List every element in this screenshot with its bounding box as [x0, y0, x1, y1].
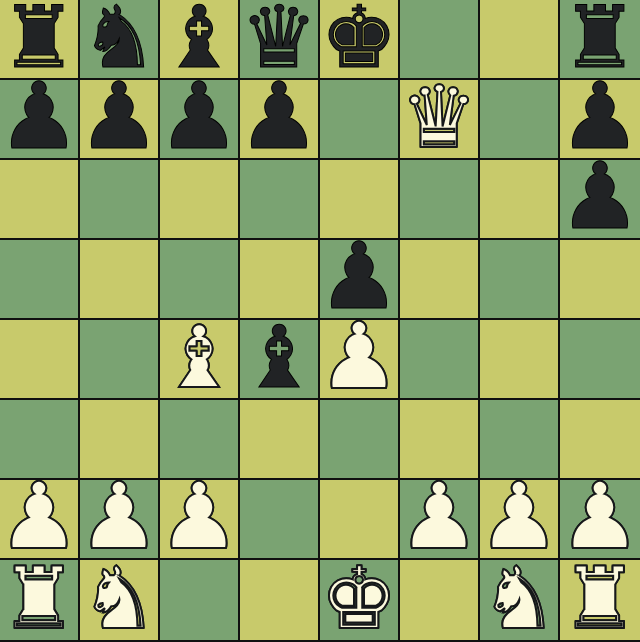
square-c8[interactable]: ♝ — [160, 0, 240, 80]
square-g6[interactable] — [480, 160, 560, 240]
white-pawn-icon: ♟ — [320, 320, 400, 400]
square-g7[interactable] — [480, 80, 560, 160]
white-rook-icon: ♜ — [561, 560, 638, 640]
black-pawn-icon: ♟ — [560, 80, 640, 160]
square-h3[interactable] — [560, 400, 640, 480]
white-knight-icon: ♞ — [480, 560, 557, 640]
black-pawn-icon: ♟ — [80, 80, 160, 160]
square-d2[interactable] — [240, 480, 320, 560]
square-b3[interactable] — [80, 400, 160, 480]
square-b7[interactable]: ♟ — [80, 80, 160, 160]
square-b1[interactable]: ♞ — [80, 560, 160, 640]
white-pawn-icon: ♟ — [480, 480, 560, 560]
square-d6[interactable] — [240, 160, 320, 240]
square-c2[interactable]: ♟ — [160, 480, 240, 560]
square-e6[interactable] — [320, 160, 400, 240]
black-pawn-icon: ♟ — [160, 80, 240, 160]
white-bishop-icon: ♝ — [160, 320, 237, 400]
square-a3[interactable] — [0, 400, 80, 480]
square-a8[interactable]: ♜ — [0, 0, 80, 80]
white-king-icon: ♚ — [320, 560, 397, 640]
square-g5[interactable] — [480, 240, 560, 320]
square-g1[interactable]: ♞ — [480, 560, 560, 640]
square-f6[interactable] — [400, 160, 480, 240]
square-a2[interactable]: ♟ — [0, 480, 80, 560]
black-knight-icon: ♞ — [80, 0, 157, 80]
white-pawn-icon: ♟ — [0, 480, 80, 560]
square-c7[interactable]: ♟ — [160, 80, 240, 160]
square-g3[interactable] — [480, 400, 560, 480]
square-h8[interactable]: ♜ — [560, 0, 640, 80]
black-bishop-icon: ♝ — [240, 320, 317, 400]
black-pawn-icon: ♟ — [240, 80, 320, 160]
square-c5[interactable] — [160, 240, 240, 320]
square-c3[interactable] — [160, 400, 240, 480]
square-b8[interactable]: ♞ — [80, 0, 160, 80]
square-h6[interactable]: ♟ — [560, 160, 640, 240]
white-pawn-icon: ♟ — [560, 480, 640, 560]
square-h1[interactable]: ♜ — [560, 560, 640, 640]
square-f4[interactable] — [400, 320, 480, 400]
square-e4[interactable]: ♟ — [320, 320, 400, 400]
square-f2[interactable]: ♟ — [400, 480, 480, 560]
square-g4[interactable] — [480, 320, 560, 400]
square-h5[interactable] — [560, 240, 640, 320]
square-e2[interactable] — [320, 480, 400, 560]
square-h2[interactable]: ♟ — [560, 480, 640, 560]
square-e1[interactable]: ♚ — [320, 560, 400, 640]
square-e5[interactable]: ♟ — [320, 240, 400, 320]
square-b2[interactable]: ♟ — [80, 480, 160, 560]
square-e8[interactable]: ♚ — [320, 0, 400, 80]
chess-board: ♜♞♝♛♚♜♟♟♟♟♛♟♟♟♝♝♟♟♟♟♟♟♟♜♞♚♞♜ — [0, 0, 640, 642]
square-a1[interactable]: ♜ — [0, 560, 80, 640]
black-rook-icon: ♜ — [0, 0, 77, 80]
black-king-icon: ♚ — [320, 0, 397, 80]
square-h4[interactable] — [560, 320, 640, 400]
square-f1[interactable] — [400, 560, 480, 640]
square-a6[interactable] — [0, 160, 80, 240]
black-bishop-icon: ♝ — [160, 0, 237, 80]
square-g2[interactable]: ♟ — [480, 480, 560, 560]
black-pawn-icon: ♟ — [560, 160, 640, 240]
square-c1[interactable] — [160, 560, 240, 640]
white-knight-icon: ♞ — [80, 560, 157, 640]
square-b4[interactable] — [80, 320, 160, 400]
square-a7[interactable]: ♟ — [0, 80, 80, 160]
square-h7[interactable]: ♟ — [560, 80, 640, 160]
black-pawn-icon: ♟ — [0, 80, 80, 160]
black-queen-icon: ♛ — [240, 0, 317, 80]
square-c4[interactable]: ♝ — [160, 320, 240, 400]
white-pawn-icon: ♟ — [80, 480, 160, 560]
square-f8[interactable] — [400, 0, 480, 80]
square-c6[interactable] — [160, 160, 240, 240]
square-d4[interactable]: ♝ — [240, 320, 320, 400]
white-queen-icon: ♛ — [400, 80, 477, 160]
square-d7[interactable]: ♟ — [240, 80, 320, 160]
square-d8[interactable]: ♛ — [240, 0, 320, 80]
square-a5[interactable] — [0, 240, 80, 320]
square-e7[interactable] — [320, 80, 400, 160]
black-pawn-icon: ♟ — [320, 240, 400, 320]
black-rook-icon: ♜ — [561, 0, 638, 80]
square-d3[interactable] — [240, 400, 320, 480]
square-f5[interactable] — [400, 240, 480, 320]
square-e3[interactable] — [320, 400, 400, 480]
white-pawn-icon: ♟ — [400, 480, 480, 560]
square-b6[interactable] — [80, 160, 160, 240]
square-f3[interactable] — [400, 400, 480, 480]
square-d5[interactable] — [240, 240, 320, 320]
square-d1[interactable] — [240, 560, 320, 640]
square-g8[interactable] — [480, 0, 560, 80]
chess-board-wrapper: ♜♞♝♛♚♜♟♟♟♟♛♟♟♟♝♝♟♟♟♟♟♟♟♜♞♚♞♜ — [0, 0, 640, 642]
white-rook-icon: ♜ — [0, 560, 77, 640]
square-a4[interactable] — [0, 320, 80, 400]
white-pawn-icon: ♟ — [160, 480, 240, 560]
square-f7[interactable]: ♛ — [400, 80, 480, 160]
square-b5[interactable] — [80, 240, 160, 320]
